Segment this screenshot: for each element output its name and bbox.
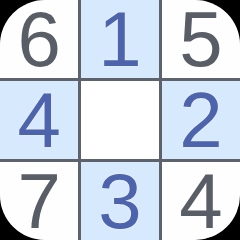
sudoku-cell-r1c0[interactable]: 4	[0, 81, 78, 159]
sudoku-cell-r0c0[interactable]: 6	[0, 0, 78, 78]
sudoku-cell-r1c1[interactable]	[81, 81, 159, 159]
sudoku-app-icon[interactable]: 6 1 5 4 2 7 3 4	[0, 0, 240, 240]
sudoku-cell-r1c2[interactable]: 2	[162, 81, 240, 159]
sudoku-cell-r0c2[interactable]: 5	[162, 0, 240, 78]
sudoku-cell-r2c1[interactable]: 3	[81, 162, 159, 240]
sudoku-cell-r2c2[interactable]: 4	[162, 162, 240, 240]
sudoku-cell-r0c1[interactable]: 1	[81, 0, 159, 78]
sudoku-cell-r2c0[interactable]: 7	[0, 162, 78, 240]
